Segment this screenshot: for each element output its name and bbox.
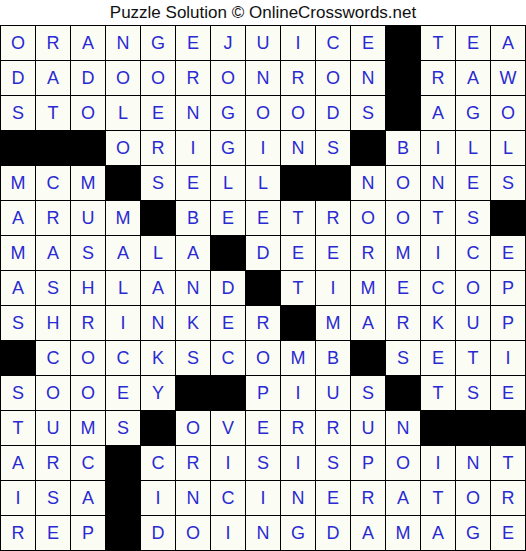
letter-cell-r7c2: A <box>36 236 70 270</box>
letter-cell-r12c4: S <box>106 411 140 445</box>
letter-cell-r11c3: O <box>71 376 105 410</box>
block-cell-r6c15 <box>491 201 525 235</box>
letter-cell-r5c2: C <box>36 166 70 200</box>
letter-cell-r9c5: N <box>141 306 175 340</box>
letter-cell-r6c6: B <box>176 201 210 235</box>
block-cell-r12c14 <box>456 411 490 445</box>
letter-cell-r15c2: E <box>36 516 70 550</box>
letter-cell-r6c14: S <box>456 201 490 235</box>
letter-cell-r4c6: I <box>176 131 210 165</box>
puzzle-solution-page: Puzzle Solution © OnlineCrosswords.net O… <box>0 0 526 551</box>
letter-cell-r12c9: R <box>281 411 315 445</box>
letter-cell-r12c10: R <box>316 411 350 445</box>
letter-cell-r1c15: A <box>491 26 525 60</box>
letter-cell-r5c1: M <box>1 166 35 200</box>
letter-cell-r5c15: S <box>491 166 525 200</box>
block-cell-r11c12 <box>386 376 420 410</box>
letter-cell-r14c12: A <box>386 481 420 515</box>
letter-cell-r9c12: R <box>386 306 420 340</box>
block-cell-r13c4 <box>106 446 140 480</box>
letter-cell-r4c8: I <box>246 131 280 165</box>
letter-cell-r8c10: I <box>316 271 350 305</box>
letter-cell-r10c13: E <box>421 341 455 375</box>
letter-cell-r7c10: E <box>316 236 350 270</box>
letter-cell-r7c13: I <box>421 236 455 270</box>
letter-cell-r3c1: S <box>1 96 35 130</box>
letter-cell-r1c11: E <box>351 26 385 60</box>
letter-cell-r6c13: T <box>421 201 455 235</box>
letter-cell-r10c4: C <box>106 341 140 375</box>
letter-cell-r6c3: U <box>71 201 105 235</box>
letter-cell-r13c1: A <box>1 446 35 480</box>
letter-cell-r4c14: L <box>456 131 490 165</box>
letter-cell-r4c15: L <box>491 131 525 165</box>
block-cell-r12c5 <box>141 411 175 445</box>
letter-cell-r9c14: U <box>456 306 490 340</box>
letter-cell-r8c12: E <box>386 271 420 305</box>
letter-cell-r5c5: S <box>141 166 175 200</box>
letter-cell-r13c8: S <box>246 446 280 480</box>
letter-cell-r13c12: O <box>386 446 420 480</box>
letter-cell-r2c14: A <box>456 61 490 95</box>
block-cell-r11c6 <box>176 376 210 410</box>
letter-cell-r5c8: L <box>246 166 280 200</box>
letter-cell-r6c1: A <box>1 201 35 235</box>
letter-cell-r15c3: P <box>71 516 105 550</box>
letter-cell-r13c14: N <box>456 446 490 480</box>
block-cell-r5c4 <box>106 166 140 200</box>
block-cell-r3c12 <box>386 96 420 130</box>
letter-cell-r13c2: R <box>36 446 70 480</box>
letter-cell-r8c6: N <box>176 271 210 305</box>
letter-cell-r14c8: I <box>246 481 280 515</box>
letter-cell-r15c15: E <box>491 516 525 550</box>
letter-cell-r14c14: O <box>456 481 490 515</box>
block-cell-r8c8 <box>246 271 280 305</box>
letter-cell-r12c11: U <box>351 411 385 445</box>
letter-cell-r6c4: M <box>106 201 140 235</box>
letter-cell-r6c11: O <box>351 201 385 235</box>
letter-cell-r10c3: O <box>71 341 105 375</box>
letter-cell-r9c8: R <box>246 306 280 340</box>
letter-cell-r8c9: T <box>281 271 315 305</box>
letter-cell-r5c6: E <box>176 166 210 200</box>
letter-cell-r8c14: O <box>456 271 490 305</box>
letter-cell-r2c2: A <box>36 61 70 95</box>
letter-cell-r5c14: E <box>456 166 490 200</box>
block-cell-r4c2 <box>36 131 70 165</box>
letter-cell-r11c8: P <box>246 376 280 410</box>
letter-cell-r11c10: U <box>316 376 350 410</box>
letter-cell-r14c3: A <box>71 481 105 515</box>
letter-cell-r5c3: M <box>71 166 105 200</box>
letter-cell-r7c4: A <box>106 236 140 270</box>
letter-cell-r12c12: N <box>386 411 420 445</box>
letter-cell-r9c4: I <box>106 306 140 340</box>
letter-cell-r4c5: R <box>141 131 175 165</box>
letter-cell-r1c1: O <box>1 26 35 60</box>
letter-cell-r8c15: P <box>491 271 525 305</box>
letter-cell-r4c10: S <box>316 131 350 165</box>
letter-cell-r13c10: S <box>316 446 350 480</box>
letter-cell-r12c6: O <box>176 411 210 445</box>
letter-cell-r2c1: D <box>1 61 35 95</box>
letter-cell-r5c13: N <box>421 166 455 200</box>
letter-cell-r3c4: L <box>106 96 140 130</box>
letter-cell-r2c4: O <box>106 61 140 95</box>
block-cell-r6c5 <box>141 201 175 235</box>
letter-cell-r11c2: O <box>36 376 70 410</box>
letter-cell-r11c9: I <box>281 376 315 410</box>
letter-cell-r3c13: A <box>421 96 455 130</box>
letter-cell-r14c15: R <box>491 481 525 515</box>
letter-cell-r2c9: R <box>281 61 315 95</box>
letter-cell-r14c11: R <box>351 481 385 515</box>
letter-cell-r14c1: I <box>1 481 35 515</box>
letter-cell-r3c2: T <box>36 96 70 130</box>
block-cell-r5c10 <box>316 166 350 200</box>
letter-cell-r9c1: S <box>1 306 35 340</box>
letter-cell-r3c15: O <box>491 96 525 130</box>
letter-cell-r13c3: C <box>71 446 105 480</box>
letter-cell-r7c6: A <box>176 236 210 270</box>
letter-cell-r13c5: C <box>141 446 175 480</box>
crossword-grid: ORANGEJUICETEADADOORONRONRAWSTOLENGOODSA… <box>0 25 526 551</box>
letter-cell-r15c7: I <box>211 516 245 550</box>
block-cell-r4c3 <box>71 131 105 165</box>
letter-cell-r1c8: U <box>246 26 280 60</box>
letter-cell-r13c13: I <box>421 446 455 480</box>
page-title: Puzzle Solution © OnlineCrosswords.net <box>0 0 526 25</box>
letter-cell-r7c8: D <box>246 236 280 270</box>
letter-cell-r10c2: C <box>36 341 70 375</box>
letter-cell-r9c15: P <box>491 306 525 340</box>
letter-cell-r1c7: J <box>211 26 245 60</box>
letter-cell-r6c8: E <box>246 201 280 235</box>
letter-cell-r11c14: S <box>456 376 490 410</box>
letter-cell-r1c9: I <box>281 26 315 60</box>
letter-cell-r13c7: I <box>211 446 245 480</box>
letter-cell-r9c13: K <box>421 306 455 340</box>
letter-cell-r1c13: T <box>421 26 455 60</box>
letter-cell-r12c8: E <box>246 411 280 445</box>
block-cell-r7c7 <box>211 236 245 270</box>
letter-cell-r7c5: L <box>141 236 175 270</box>
letter-cell-r8c13: C <box>421 271 455 305</box>
letter-cell-r6c12: O <box>386 201 420 235</box>
letter-cell-r8c11: M <box>351 271 385 305</box>
letter-cell-r15c9: G <box>281 516 315 550</box>
letter-cell-r15c1: R <box>1 516 35 550</box>
letter-cell-r7c14: C <box>456 236 490 270</box>
letter-cell-r2c10: O <box>316 61 350 95</box>
letter-cell-r6c10: R <box>316 201 350 235</box>
block-cell-r4c11 <box>351 131 385 165</box>
letter-cell-r10c10: B <box>316 341 350 375</box>
letter-cell-r14c7: C <box>211 481 245 515</box>
letter-cell-r11c15: E <box>491 376 525 410</box>
letter-cell-r7c3: S <box>71 236 105 270</box>
letter-cell-r2c11: N <box>351 61 385 95</box>
letter-cell-r11c4: E <box>106 376 140 410</box>
letter-cell-r3c10: D <box>316 96 350 130</box>
block-cell-r12c15 <box>491 411 525 445</box>
letter-cell-r1c3: A <box>71 26 105 60</box>
letter-cell-r8c4: L <box>106 271 140 305</box>
letter-cell-r9c7: E <box>211 306 245 340</box>
letter-cell-r1c10: C <box>316 26 350 60</box>
letter-cell-r1c4: N <box>106 26 140 60</box>
letter-cell-r11c13: T <box>421 376 455 410</box>
letter-cell-r11c1: S <box>1 376 35 410</box>
letter-cell-r13c6: R <box>176 446 210 480</box>
letter-cell-r8c3: H <box>71 271 105 305</box>
block-cell-r9c9 <box>281 306 315 340</box>
letter-cell-r2c15: W <box>491 61 525 95</box>
letter-cell-r12c2: U <box>36 411 70 445</box>
letter-cell-r12c1: T <box>1 411 35 445</box>
letter-cell-r2c5: O <box>141 61 175 95</box>
letter-cell-r10c5: K <box>141 341 175 375</box>
letter-cell-r9c2: H <box>36 306 70 340</box>
letter-cell-r1c6: E <box>176 26 210 60</box>
block-cell-r5c9 <box>281 166 315 200</box>
letter-cell-r1c14: E <box>456 26 490 60</box>
letter-cell-r3c5: E <box>141 96 175 130</box>
letter-cell-r1c2: R <box>36 26 70 60</box>
letter-cell-r13c15: T <box>491 446 525 480</box>
letter-cell-r11c5: Y <box>141 376 175 410</box>
letter-cell-r2c6: R <box>176 61 210 95</box>
letter-cell-r8c2: S <box>36 271 70 305</box>
letter-cell-r13c9: I <box>281 446 315 480</box>
letter-cell-r5c12: O <box>386 166 420 200</box>
letter-cell-r14c6: N <box>176 481 210 515</box>
letter-cell-r14c10: E <box>316 481 350 515</box>
letter-cell-r1c5: G <box>141 26 175 60</box>
letter-cell-r12c3: M <box>71 411 105 445</box>
letter-cell-r2c3: D <box>71 61 105 95</box>
block-cell-r10c11 <box>351 341 385 375</box>
letter-cell-r7c15: E <box>491 236 525 270</box>
letter-cell-r10c15: I <box>491 341 525 375</box>
letter-cell-r3c8: O <box>246 96 280 130</box>
letter-cell-r14c5: I <box>141 481 175 515</box>
letter-cell-r7c1: M <box>1 236 35 270</box>
letter-cell-r10c9: M <box>281 341 315 375</box>
block-cell-r2c12 <box>386 61 420 95</box>
letter-cell-r6c7: E <box>211 201 245 235</box>
letter-cell-r15c13: A <box>421 516 455 550</box>
letter-cell-r3c9: O <box>281 96 315 130</box>
letter-cell-r15c12: M <box>386 516 420 550</box>
letter-cell-r2c8: N <box>246 61 280 95</box>
block-cell-r11c7 <box>211 376 245 410</box>
letter-cell-r4c4: O <box>106 131 140 165</box>
block-cell-r14c4 <box>106 481 140 515</box>
letter-cell-r13c11: P <box>351 446 385 480</box>
letter-cell-r4c13: I <box>421 131 455 165</box>
letter-cell-r9c10: M <box>316 306 350 340</box>
block-cell-r4c1 <box>1 131 35 165</box>
letter-cell-r14c9: N <box>281 481 315 515</box>
letter-cell-r4c9: N <box>281 131 315 165</box>
block-cell-r10c1 <box>1 341 35 375</box>
letter-cell-r4c7: G <box>211 131 245 165</box>
letter-cell-r14c2: S <box>36 481 70 515</box>
letter-cell-r5c7: L <box>211 166 245 200</box>
letter-cell-r7c9: E <box>281 236 315 270</box>
letter-cell-r4c12: B <box>386 131 420 165</box>
letter-cell-r15c5: D <box>141 516 175 550</box>
letter-cell-r7c11: R <box>351 236 385 270</box>
letter-cell-r9c11: A <box>351 306 385 340</box>
letter-cell-r15c10: D <box>316 516 350 550</box>
letter-cell-r6c9: T <box>281 201 315 235</box>
letter-cell-r2c7: O <box>211 61 245 95</box>
letter-cell-r3c3: O <box>71 96 105 130</box>
letter-cell-r3c11: S <box>351 96 385 130</box>
letter-cell-r12c7: V <box>211 411 245 445</box>
letter-cell-r8c1: A <box>1 271 35 305</box>
letter-cell-r2c13: R <box>421 61 455 95</box>
letter-cell-r3c14: G <box>456 96 490 130</box>
block-cell-r15c4 <box>106 516 140 550</box>
letter-cell-r10c8: O <box>246 341 280 375</box>
letter-cell-r5c11: N <box>351 166 385 200</box>
letter-cell-r9c6: K <box>176 306 210 340</box>
letter-cell-r10c6: S <box>176 341 210 375</box>
letter-cell-r11c11: S <box>351 376 385 410</box>
letter-cell-r3c6: N <box>176 96 210 130</box>
letter-cell-r8c5: A <box>141 271 175 305</box>
letter-cell-r10c14: T <box>456 341 490 375</box>
letter-cell-r10c7: C <box>211 341 245 375</box>
letter-cell-r9c3: R <box>71 306 105 340</box>
letter-cell-r15c11: A <box>351 516 385 550</box>
letter-cell-r15c8: N <box>246 516 280 550</box>
letter-cell-r14c13: T <box>421 481 455 515</box>
letter-cell-r15c6: O <box>176 516 210 550</box>
letter-cell-r6c2: R <box>36 201 70 235</box>
letter-cell-r3c7: G <box>211 96 245 130</box>
letter-cell-r8c7: D <box>211 271 245 305</box>
block-cell-r12c13 <box>421 411 455 445</box>
letter-cell-r7c12: M <box>386 236 420 270</box>
letter-cell-r10c12: S <box>386 341 420 375</box>
block-cell-r1c12 <box>386 26 420 60</box>
letter-cell-r15c14: G <box>456 516 490 550</box>
